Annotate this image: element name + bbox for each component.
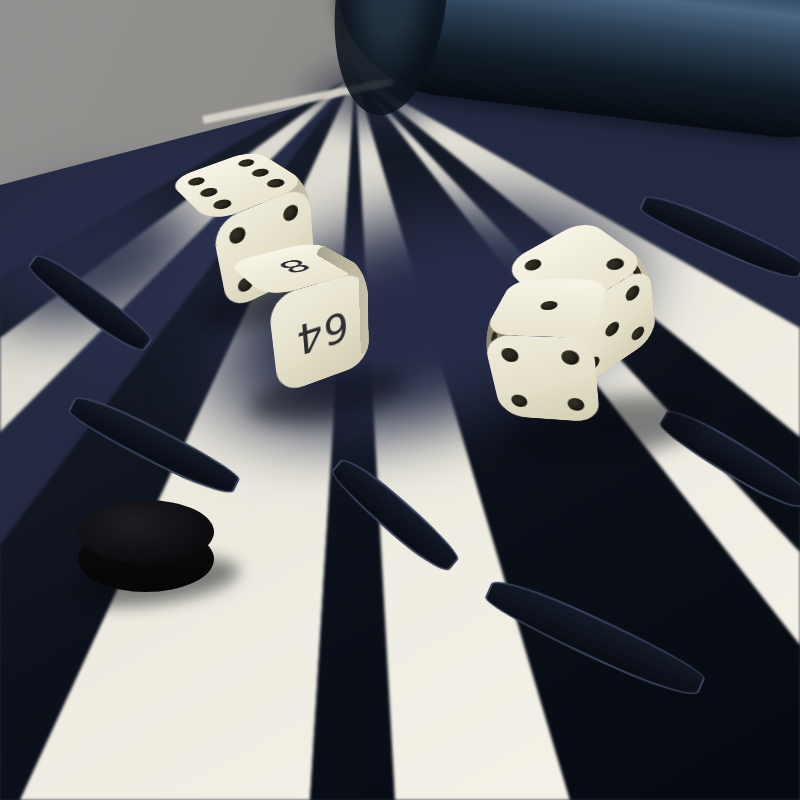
die-pip <box>521 257 545 274</box>
die-pip <box>560 350 580 366</box>
die-pip <box>631 323 646 343</box>
die-pip <box>249 167 273 179</box>
die-pip <box>499 347 520 362</box>
die-pip <box>210 197 235 211</box>
photo-stage: 64 8 2 <box>0 0 800 800</box>
die-pip <box>510 394 529 408</box>
checker-top <box>78 500 214 564</box>
die-pip <box>566 397 585 411</box>
die-pip <box>263 177 288 190</box>
die-pip <box>538 301 559 311</box>
die-pip <box>604 319 620 340</box>
die-pip <box>197 186 221 199</box>
die-pip <box>228 224 247 247</box>
black-checker[interactable] <box>78 500 216 596</box>
die-pip <box>185 176 208 188</box>
die-pip <box>625 282 641 304</box>
doubling-cube[interactable]: 64 8 2 <box>248 262 352 366</box>
die-pip <box>602 256 628 273</box>
die-pip <box>235 158 258 169</box>
die-pip <box>282 202 299 224</box>
die-one-four[interactable] <box>505 298 605 398</box>
